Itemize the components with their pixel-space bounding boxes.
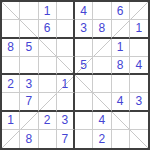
cell-r2c1[interactable] (2, 20, 20, 38)
cell-r5c4[interactable]: 1 (57, 75, 75, 93)
cell-r3c3[interactable] (39, 39, 57, 57)
sudoku-board: 14663818515842317431234872 (0, 0, 150, 150)
cell-r5c3[interactable] (39, 75, 57, 93)
cell-r4c8[interactable]: 4 (130, 57, 148, 75)
cell-r7c7[interactable] (112, 112, 130, 130)
cell-r5c7[interactable] (112, 75, 130, 93)
cell-r2c2[interactable] (20, 20, 38, 38)
cell-r6c2[interactable]: 7 (20, 93, 38, 111)
cell-r1c3[interactable]: 1 (39, 2, 57, 20)
cell-r1c7[interactable]: 6 (112, 2, 130, 20)
cell-r7c8[interactable] (130, 112, 148, 130)
cell-r5c2[interactable]: 3 (20, 75, 38, 93)
cell-r6c8[interactable]: 3 (130, 93, 148, 111)
cell-r2c3[interactable]: 6 (39, 20, 57, 38)
cell-r6c7[interactable]: 4 (112, 93, 130, 111)
cell-r3c2[interactable]: 5 (20, 39, 38, 57)
cell-r6c3[interactable] (39, 93, 57, 111)
cell-r3c4[interactable] (57, 39, 75, 57)
cell-r8c5[interactable] (75, 130, 93, 148)
cell-r4c7[interactable]: 8 (112, 57, 130, 75)
cell-r4c4[interactable] (57, 57, 75, 75)
cell-r1c8[interactable] (130, 2, 148, 20)
cell-r7c4[interactable]: 3 (57, 112, 75, 130)
cell-r7c6[interactable]: 4 (93, 112, 111, 130)
cell-r4c5[interactable]: 5 (75, 57, 93, 75)
cell-r8c6[interactable]: 2 (93, 130, 111, 148)
cell-r3c8[interactable] (130, 39, 148, 57)
cell-r7c3[interactable]: 2 (39, 112, 57, 130)
cell-r8c7[interactable] (112, 130, 130, 148)
cell-r2c8[interactable]: 1 (130, 20, 148, 38)
cell-r6c5[interactable] (75, 93, 93, 111)
cell-r3c1[interactable]: 8 (2, 39, 20, 57)
cell-r6c4[interactable] (57, 93, 75, 111)
cell-r5c1[interactable]: 2 (2, 75, 20, 93)
cell-r7c1[interactable]: 1 (2, 112, 20, 130)
cell-r4c1[interactable] (2, 57, 20, 75)
cell-r1c1[interactable] (2, 2, 20, 20)
cell-r1c6[interactable] (93, 2, 111, 20)
cell-r8c2[interactable]: 8 (20, 130, 38, 148)
cell-r5c6[interactable] (93, 75, 111, 93)
cell-r4c6[interactable] (93, 57, 111, 75)
cell-r8c3[interactable] (39, 130, 57, 148)
cell-r1c2[interactable] (20, 2, 38, 20)
cell-r6c1[interactable] (2, 93, 20, 111)
cell-r5c5[interactable] (75, 75, 93, 93)
cell-r3c7[interactable]: 1 (112, 39, 130, 57)
cell-r2c5[interactable]: 3 (75, 20, 93, 38)
cell-r8c1[interactable] (2, 130, 20, 148)
cell-r1c4[interactable] (57, 2, 75, 20)
cell-r4c2[interactable] (20, 57, 38, 75)
cell-grid: 14663818515842317431234872 (2, 2, 148, 148)
cell-r3c5[interactable] (75, 39, 93, 57)
cell-r6c6[interactable] (93, 93, 111, 111)
cell-r2c7[interactable] (112, 20, 130, 38)
cell-r5c8[interactable] (130, 75, 148, 93)
cell-r8c4[interactable]: 7 (57, 130, 75, 148)
cell-r3c6[interactable] (93, 39, 111, 57)
cell-r4c3[interactable] (39, 57, 57, 75)
cell-r7c2[interactable] (20, 112, 38, 130)
cell-r8c8[interactable] (130, 130, 148, 148)
cell-r2c4[interactable] (57, 20, 75, 38)
cell-r7c5[interactable] (75, 112, 93, 130)
cell-r1c5[interactable]: 4 (75, 2, 93, 20)
cell-r2c6[interactable]: 8 (93, 20, 111, 38)
